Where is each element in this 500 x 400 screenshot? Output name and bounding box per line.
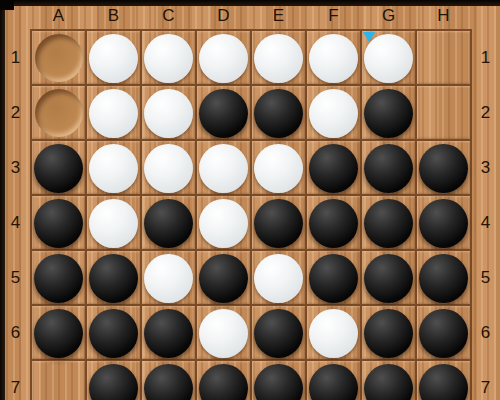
black-disc-B7 <box>89 364 138 400</box>
cell-C2[interactable] <box>141 85 196 140</box>
black-disc-H4 <box>419 199 468 248</box>
cell-E2[interactable] <box>251 85 306 140</box>
black-disc-H6 <box>419 309 468 358</box>
row-label: 1 <box>471 30 500 85</box>
black-disc-A4 <box>34 199 83 248</box>
cell-B7[interactable] <box>86 360 141 400</box>
cell-F4[interactable] <box>306 195 361 250</box>
row-label: 4 <box>471 195 500 250</box>
cell-H4[interactable] <box>416 195 471 250</box>
black-disc-E7 <box>254 364 303 400</box>
cell-H3[interactable] <box>416 140 471 195</box>
black-disc-D7 <box>199 364 248 400</box>
white-disc-D3 <box>199 144 248 193</box>
cell-H5[interactable] <box>416 250 471 305</box>
cell-A3[interactable] <box>31 140 86 195</box>
board-grid <box>30 29 472 400</box>
black-disc-H5 <box>419 254 468 303</box>
white-disc-E3 <box>254 144 303 193</box>
cell-A7[interactable] <box>31 360 86 400</box>
white-disc-C3 <box>144 144 193 193</box>
cell-D1[interactable] <box>196 30 251 85</box>
white-disc-B3 <box>89 144 138 193</box>
row-label: 2 <box>471 85 500 140</box>
row-label: 6 <box>471 305 500 360</box>
cell-E6[interactable] <box>251 305 306 360</box>
row-label: 7 <box>471 360 500 400</box>
black-disc-B5 <box>89 254 138 303</box>
cell-F5[interactable] <box>306 250 361 305</box>
cell-H6[interactable] <box>416 305 471 360</box>
white-disc-C2 <box>144 89 193 138</box>
black-disc-H3 <box>419 144 468 193</box>
cell-F7[interactable] <box>306 360 361 400</box>
cell-G3[interactable] <box>361 140 416 195</box>
black-disc-A6 <box>34 309 83 358</box>
black-disc-H7 <box>419 364 468 400</box>
row-labels-right: 1234567 <box>471 30 500 400</box>
legal-move-hole-A2[interactable] <box>35 89 83 137</box>
cell-E5[interactable] <box>251 250 306 305</box>
cell-D2[interactable] <box>196 85 251 140</box>
black-disc-D2 <box>199 89 248 138</box>
black-disc-F7 <box>309 364 358 400</box>
black-disc-A3 <box>34 144 83 193</box>
cell-A2[interactable] <box>31 85 86 140</box>
cell-F2[interactable] <box>306 85 361 140</box>
black-disc-E4 <box>254 199 303 248</box>
black-disc-E6 <box>254 309 303 358</box>
cell-B2[interactable] <box>86 85 141 140</box>
black-disc-F3 <box>309 144 358 193</box>
cell-G6[interactable] <box>361 305 416 360</box>
cell-G7[interactable] <box>361 360 416 400</box>
cell-C1[interactable] <box>141 30 196 85</box>
cell-B3[interactable] <box>86 140 141 195</box>
white-disc-B4 <box>89 199 138 248</box>
cell-F6[interactable] <box>306 305 361 360</box>
white-disc-C5 <box>144 254 193 303</box>
cell-G4[interactable] <box>361 195 416 250</box>
cell-B1[interactable] <box>86 30 141 85</box>
black-disc-G5 <box>364 254 413 303</box>
cell-E7[interactable] <box>251 360 306 400</box>
legal-move-hole-A1[interactable] <box>35 34 83 82</box>
cell-A4[interactable] <box>31 195 86 250</box>
cell-D3[interactable] <box>196 140 251 195</box>
cell-H7[interactable] <box>416 360 471 400</box>
white-disc-D6 <box>199 309 248 358</box>
black-disc-C6 <box>144 309 193 358</box>
cell-A6[interactable] <box>31 305 86 360</box>
board-top-edge <box>0 0 500 6</box>
white-disc-F2 <box>309 89 358 138</box>
black-disc-G7 <box>364 364 413 400</box>
cell-D4[interactable] <box>196 195 251 250</box>
white-disc-F6 <box>309 309 358 358</box>
white-disc-F1 <box>309 34 358 83</box>
black-disc-F4 <box>309 199 358 248</box>
cell-G5[interactable] <box>361 250 416 305</box>
black-disc-D5 <box>199 254 248 303</box>
board-left-edge <box>0 0 5 400</box>
cell-G2[interactable] <box>361 85 416 140</box>
white-disc-B2 <box>89 89 138 138</box>
cell-E3[interactable] <box>251 140 306 195</box>
last-move-marker-icon <box>363 32 375 42</box>
cell-G1[interactable] <box>361 30 416 85</box>
row-label: 5 <box>471 250 500 305</box>
black-disc-C7 <box>144 364 193 400</box>
black-disc-G2 <box>364 89 413 138</box>
black-disc-F5 <box>309 254 358 303</box>
white-disc-C1 <box>144 34 193 83</box>
cell-H2[interactable] <box>416 85 471 140</box>
cell-B5[interactable] <box>86 250 141 305</box>
black-disc-G6 <box>364 309 413 358</box>
othello-app-window: ABCDEFGH 1234567 1234567 <box>0 0 500 400</box>
cell-D6[interactable] <box>196 305 251 360</box>
black-disc-B6 <box>89 309 138 358</box>
cell-C4[interactable] <box>141 195 196 250</box>
cell-A5[interactable] <box>31 250 86 305</box>
white-disc-D4 <box>199 199 248 248</box>
cell-C3[interactable] <box>141 140 196 195</box>
board-corner-shadow <box>0 0 14 10</box>
cell-B4[interactable] <box>86 195 141 250</box>
cell-C6[interactable] <box>141 305 196 360</box>
black-disc-A5 <box>34 254 83 303</box>
cell-C7[interactable] <box>141 360 196 400</box>
cell-D7[interactable] <box>196 360 251 400</box>
cell-E4[interactable] <box>251 195 306 250</box>
cell-C5[interactable] <box>141 250 196 305</box>
white-disc-E5 <box>254 254 303 303</box>
cell-F3[interactable] <box>306 140 361 195</box>
cell-E1[interactable] <box>251 30 306 85</box>
white-disc-E1 <box>254 34 303 83</box>
white-disc-D1 <box>199 34 248 83</box>
black-disc-G3 <box>364 144 413 193</box>
cell-H1[interactable] <box>416 30 471 85</box>
cell-B6[interactable] <box>86 305 141 360</box>
cell-F1[interactable] <box>306 30 361 85</box>
black-disc-E2 <box>254 89 303 138</box>
black-disc-G4 <box>364 199 413 248</box>
white-disc-B1 <box>89 34 138 83</box>
black-disc-C4 <box>144 199 193 248</box>
cell-D5[interactable] <box>196 250 251 305</box>
cell-A1[interactable] <box>31 30 86 85</box>
row-label: 3 <box>471 140 500 195</box>
